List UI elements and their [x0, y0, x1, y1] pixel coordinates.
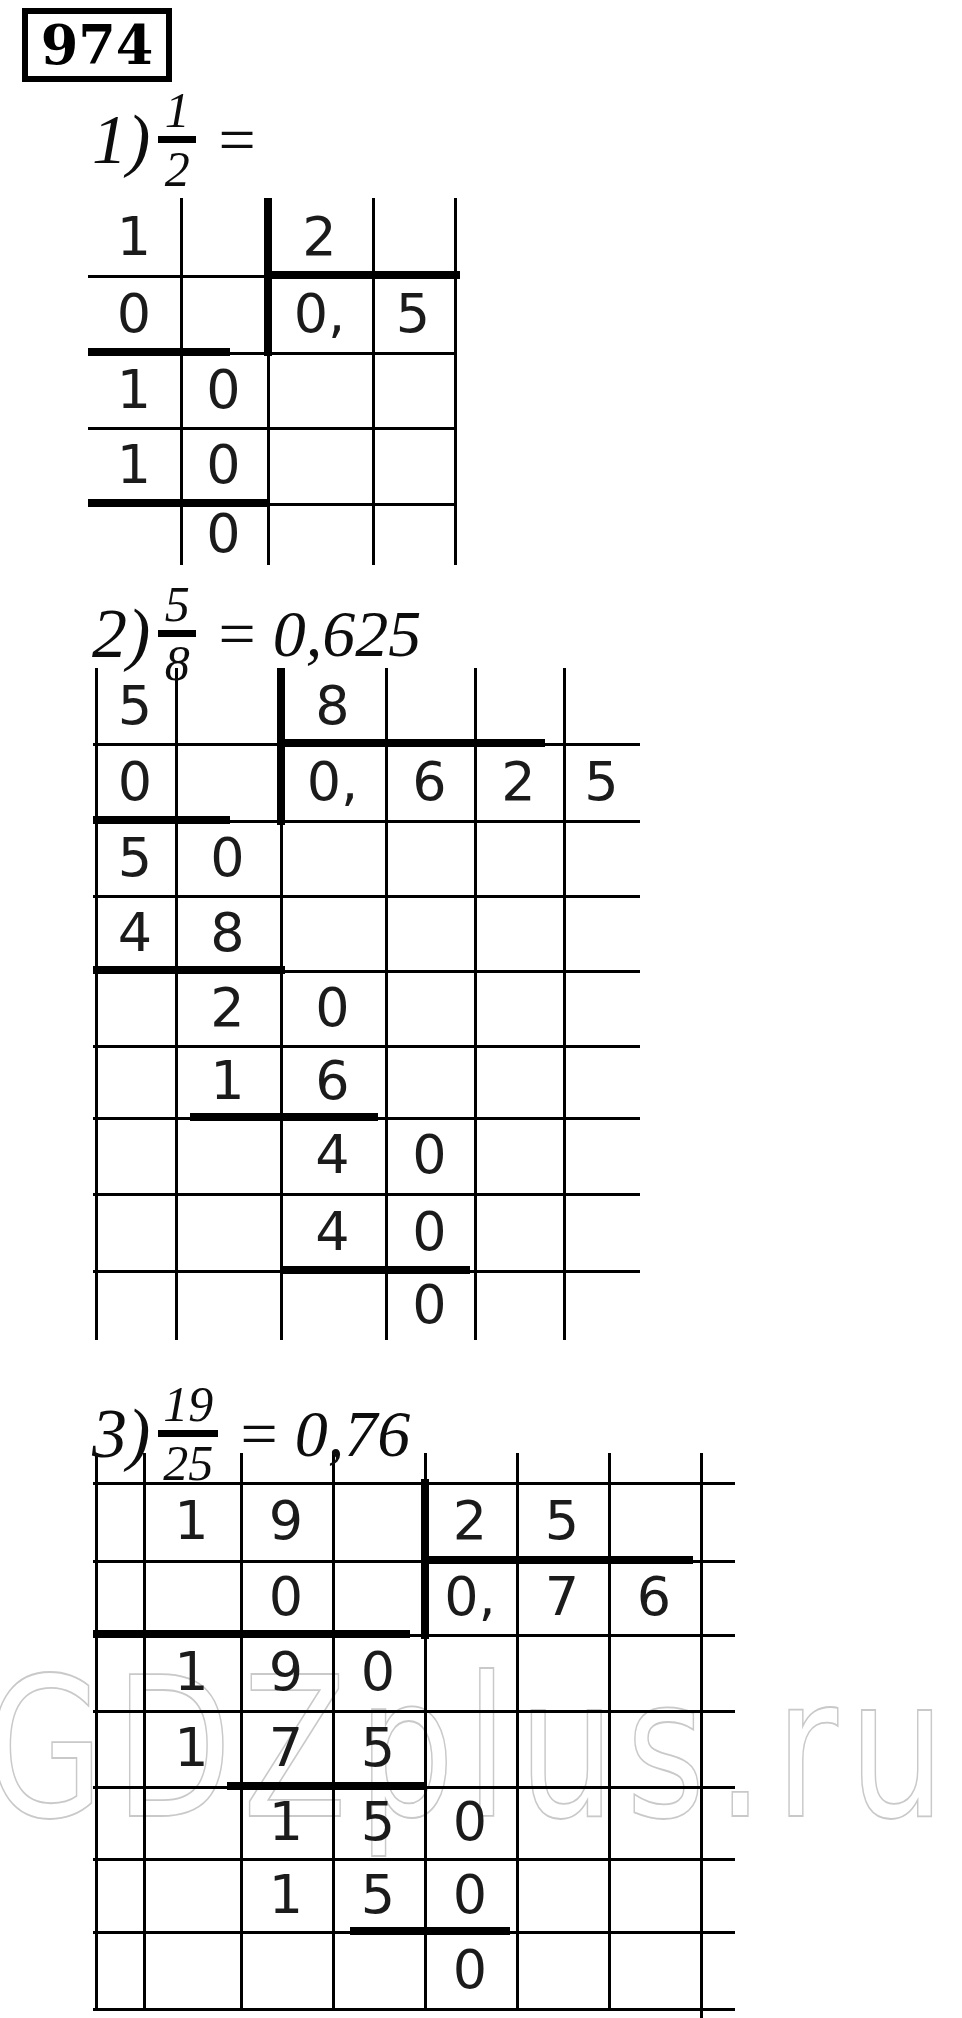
- grid-line: [95, 1453, 98, 2010]
- grid-cell: 5: [332, 1710, 424, 1786]
- grid-cell: 1: [88, 352, 180, 427]
- grid-cell: 1: [175, 1045, 280, 1117]
- subtraction-underline: [93, 966, 285, 974]
- grid-line: [454, 198, 457, 565]
- fraction-denominator: 8: [160, 637, 195, 689]
- grid-cell: 0: [88, 275, 180, 352]
- worksheet-page: 974 GDZplus.ru 1) 1 2 = 1200,510100 2) 5: [0, 0, 962, 2018]
- grid-line: [180, 198, 183, 565]
- subtraction-underline: [190, 1113, 378, 1121]
- grid-cell: 8: [175, 895, 280, 970]
- division-bracket-horizontal: [424, 1556, 693, 1564]
- grid-cell: 0,: [280, 743, 385, 820]
- decimal-result: 0,76: [295, 1401, 411, 1467]
- division-bracket-horizontal: [280, 739, 545, 747]
- subtraction-underline: [227, 1782, 426, 1790]
- grid-line: [93, 1710, 735, 1713]
- grid-cell: 2: [424, 1482, 516, 1560]
- grid-line: [95, 668, 98, 1340]
- grid-cell: 5: [95, 820, 175, 895]
- grid-line: [385, 668, 388, 1340]
- grid-cell: 0: [385, 1117, 474, 1193]
- division-grid-3: 192500,761901751501500: [93, 1453, 741, 2018]
- fraction: 19 25: [158, 1378, 218, 1489]
- division-grid-2: 5800,6255048201640400: [93, 668, 645, 1346]
- grid-cell: 0: [95, 743, 175, 820]
- fraction-denominator: 25: [158, 1437, 218, 1489]
- grid-cell: 6: [385, 743, 474, 820]
- grid-cell: 0: [332, 1634, 424, 1710]
- subtraction-underline: [350, 1927, 510, 1935]
- grid-cell: 0: [180, 427, 267, 503]
- fraction: 1 2: [158, 84, 196, 195]
- grid-line: [175, 668, 178, 1340]
- grid-cell: 6: [280, 1045, 385, 1117]
- grid-line: [93, 2008, 735, 2011]
- grid-cell: 2: [267, 198, 372, 275]
- grid-line: [372, 198, 375, 565]
- grid-cell: 0: [175, 820, 280, 895]
- grid-cell: 1: [143, 1634, 240, 1710]
- grid-cell: 5: [372, 275, 454, 352]
- grid-cell: 2: [175, 970, 280, 1045]
- grid-cell: 9: [240, 1634, 332, 1710]
- grid-cell: 4: [280, 1193, 385, 1270]
- subtraction-underline: [93, 1630, 410, 1638]
- problem-1-heading: 1) 1 2 =: [92, 84, 273, 195]
- grid-cell: 1: [240, 1858, 332, 1931]
- equals-sign: =: [214, 107, 259, 173]
- grid-cell: 1: [88, 198, 180, 275]
- grid-line: [474, 668, 477, 1340]
- grid-cell: 0: [385, 1193, 474, 1270]
- subtraction-underline: [283, 1266, 470, 1274]
- grid-cell: 1: [88, 427, 180, 503]
- decimal-result: 0,625: [273, 601, 422, 667]
- grid-cell: 7: [240, 1710, 332, 1786]
- fraction-numerator: 1: [160, 84, 195, 136]
- grid-line: [93, 1193, 640, 1196]
- problem-number-box: 974: [22, 8, 172, 82]
- problem-number: 974: [41, 13, 154, 77]
- fraction-denominator: 2: [160, 143, 195, 195]
- fraction-numerator: 19: [158, 1378, 218, 1430]
- grid-cell: 5: [563, 743, 640, 820]
- problem-label: 2): [92, 599, 150, 669]
- grid-line: [563, 668, 566, 1340]
- grid-line: [93, 1045, 640, 1048]
- grid-line: [143, 1453, 146, 2010]
- grid-cell: 0: [180, 352, 267, 427]
- subtraction-underline: [88, 348, 230, 356]
- grid-cell: 0: [280, 970, 385, 1045]
- grid-cell: 5: [332, 1786, 424, 1858]
- grid-cell: 9: [240, 1482, 332, 1560]
- grid-line: [608, 1453, 611, 2010]
- grid-cell: 1: [143, 1482, 240, 1560]
- grid-line: [88, 427, 456, 430]
- grid-cell: 1: [240, 1786, 332, 1858]
- grid-cell: 0: [424, 1931, 516, 2008]
- problem-label: 1): [92, 105, 150, 175]
- grid-cell: 4: [95, 895, 175, 970]
- grid-cell: 0: [180, 503, 267, 565]
- problem-3-heading: 3) 19 25 = 0,76: [92, 1378, 410, 1489]
- grid-cell: 2: [474, 743, 563, 820]
- grid-cell: 5: [332, 1858, 424, 1931]
- grid-line: [332, 1453, 335, 2010]
- grid-cell: 6: [608, 1560, 700, 1634]
- grid-cell: 0: [240, 1560, 332, 1634]
- grid-cell: 0,: [424, 1560, 516, 1634]
- grid-line: [93, 1858, 735, 1861]
- grid-cell: 5: [516, 1482, 608, 1560]
- equals-sign: =: [214, 601, 259, 667]
- grid-cell: 7: [516, 1560, 608, 1634]
- equals-sign: =: [236, 1401, 281, 1467]
- fraction-numerator: 5: [160, 578, 195, 630]
- grid-cell: 0: [424, 1858, 516, 1931]
- grid-line: [516, 1453, 519, 2010]
- division-grid-1: 1200,510100: [88, 198, 460, 570]
- grid-cell: 0: [424, 1786, 516, 1858]
- grid-cell: 1: [143, 1710, 240, 1786]
- grid-cell: 4: [280, 1117, 385, 1193]
- subtraction-underline: [93, 816, 230, 824]
- problem-2-heading: 2) 5 8 = 0,625: [92, 578, 421, 689]
- subtraction-underline: [88, 499, 268, 507]
- grid-line: [93, 895, 640, 898]
- grid-line: [240, 1453, 243, 2010]
- division-bracket-horizontal: [267, 271, 460, 279]
- fraction: 5 8: [158, 578, 196, 689]
- grid-cell: 0: [385, 1270, 474, 1340]
- problem-label: 3): [92, 1399, 150, 1469]
- grid-cell: 0,: [267, 275, 372, 352]
